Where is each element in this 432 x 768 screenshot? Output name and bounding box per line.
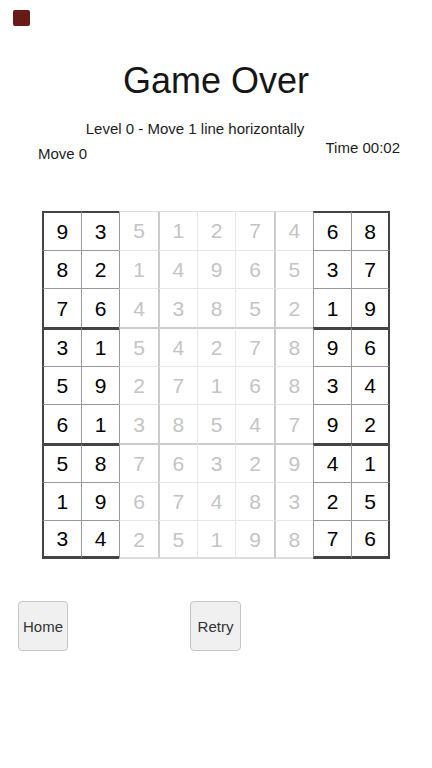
board-cell-r5c2[interactable]: 9 xyxy=(81,366,120,405)
board-cell-r3c5[interactable]: 8 xyxy=(197,288,236,327)
board-cell-r6c6[interactable]: 4 xyxy=(235,404,274,443)
board-cell-r3c6[interactable]: 5 xyxy=(235,288,274,327)
board-cell-r9c8[interactable]: 7 xyxy=(313,520,352,559)
board-cell-r2c1[interactable]: 8 xyxy=(42,250,81,289)
board-cell-r5c5[interactable]: 1 xyxy=(197,366,236,405)
board-cell-r8c7[interactable]: 3 xyxy=(274,482,313,521)
board-cell-r4c6[interactable]: 7 xyxy=(235,327,274,366)
board-cell-r4c1[interactable]: 3 xyxy=(42,327,81,366)
board-cell-r9c2[interactable]: 4 xyxy=(81,520,120,559)
board-cell-r2c9[interactable]: 7 xyxy=(351,250,390,289)
level-objective-text: Level 0 - Move 1 line horizontally xyxy=(0,120,390,137)
move-counter: Move 0 xyxy=(38,145,87,162)
board-cell-r6c3[interactable]: 3 xyxy=(119,404,158,443)
board-cell-r3c3[interactable]: 4 xyxy=(119,288,158,327)
board-cell-r2c6[interactable]: 6 xyxy=(235,250,274,289)
board-cell-r1c3[interactable]: 5 xyxy=(119,211,158,250)
board: 9351274688214965377643852193154278965927… xyxy=(42,211,390,559)
board-cell-r4c4[interactable]: 4 xyxy=(158,327,197,366)
board-cell-r4c8[interactable]: 9 xyxy=(313,327,352,366)
board-cell-r1c7[interactable]: 4 xyxy=(274,211,313,250)
board-cell-r2c4[interactable]: 4 xyxy=(158,250,197,289)
board-cell-r6c8[interactable]: 9 xyxy=(313,404,352,443)
board-cell-r5c7[interactable]: 8 xyxy=(274,366,313,405)
board-cell-r7c5[interactable]: 3 xyxy=(197,443,236,482)
board-cell-r6c1[interactable]: 6 xyxy=(42,404,81,443)
board-cell-r3c2[interactable]: 6 xyxy=(81,288,120,327)
board-cell-r8c5[interactable]: 4 xyxy=(197,482,236,521)
board-cell-r3c1[interactable]: 7 xyxy=(42,288,81,327)
board-cell-r7c2[interactable]: 8 xyxy=(81,443,120,482)
board-cell-r5c1[interactable]: 5 xyxy=(42,366,81,405)
page-title: Game Over xyxy=(0,60,432,102)
board-cell-r4c7[interactable]: 8 xyxy=(274,327,313,366)
board-cell-r5c6[interactable]: 6 xyxy=(235,366,274,405)
board-cell-r1c4[interactable]: 1 xyxy=(158,211,197,250)
board-cell-r2c7[interactable]: 5 xyxy=(274,250,313,289)
board-cell-r4c2[interactable]: 1 xyxy=(81,327,120,366)
board-cell-r6c7[interactable]: 7 xyxy=(274,404,313,443)
board-cell-r9c5[interactable]: 1 xyxy=(197,520,236,559)
board-cell-r5c3[interactable]: 2 xyxy=(119,366,158,405)
board-cell-r1c6[interactable]: 7 xyxy=(235,211,274,250)
board-cell-r1c8[interactable]: 6 xyxy=(313,211,352,250)
board-cell-r9c9[interactable]: 6 xyxy=(351,520,390,559)
board-cell-r9c3[interactable]: 2 xyxy=(119,520,158,559)
board-cell-r1c2[interactable]: 3 xyxy=(81,211,120,250)
board-cell-r7c9[interactable]: 1 xyxy=(351,443,390,482)
board-cell-r7c4[interactable]: 6 xyxy=(158,443,197,482)
home-button[interactable]: Home xyxy=(18,601,68,651)
board-cell-r2c2[interactable]: 2 xyxy=(81,250,120,289)
board-cell-r8c3[interactable]: 6 xyxy=(119,482,158,521)
board-cell-r9c4[interactable]: 5 xyxy=(158,520,197,559)
timer: Time 00:02 xyxy=(326,139,400,156)
board-cell-r8c1[interactable]: 1 xyxy=(42,482,81,521)
board-cell-r2c8[interactable]: 3 xyxy=(313,250,352,289)
board-cell-r3c9[interactable]: 9 xyxy=(351,288,390,327)
board-cell-r6c9[interactable]: 2 xyxy=(351,404,390,443)
board-cell-r5c4[interactable]: 7 xyxy=(158,366,197,405)
board-cell-r7c6[interactable]: 2 xyxy=(235,443,274,482)
board-cell-r5c8[interactable]: 3 xyxy=(313,366,352,405)
board-cell-r8c4[interactable]: 7 xyxy=(158,482,197,521)
board-cell-r2c3[interactable]: 1 xyxy=(119,250,158,289)
board-cell-r8c2[interactable]: 9 xyxy=(81,482,120,521)
board-cell-r8c8[interactable]: 2 xyxy=(313,482,352,521)
board-cell-r9c1[interactable]: 3 xyxy=(42,520,81,559)
board-cell-r1c1[interactable]: 9 xyxy=(42,211,81,250)
recording-indicator-icon xyxy=(13,10,30,26)
board-cell-r6c5[interactable]: 5 xyxy=(197,404,236,443)
board-cell-r3c4[interactable]: 3 xyxy=(158,288,197,327)
board-cell-r6c2[interactable]: 1 xyxy=(81,404,120,443)
board-cell-r1c5[interactable]: 2 xyxy=(197,211,236,250)
board-cell-r4c5[interactable]: 2 xyxy=(197,327,236,366)
board-cell-r5c9[interactable]: 4 xyxy=(351,366,390,405)
board-cell-r7c8[interactable]: 4 xyxy=(313,443,352,482)
board-cell-r2c5[interactable]: 9 xyxy=(197,250,236,289)
board-cell-r1c9[interactable]: 8 xyxy=(351,211,390,250)
board-cell-r3c7[interactable]: 2 xyxy=(274,288,313,327)
retry-button[interactable]: Retry xyxy=(190,601,241,651)
board-cell-r7c7[interactable]: 9 xyxy=(274,443,313,482)
board-cell-r4c3[interactable]: 5 xyxy=(119,327,158,366)
board-cell-r7c3[interactable]: 7 xyxy=(119,443,158,482)
board-cell-r9c6[interactable]: 9 xyxy=(235,520,274,559)
board-cell-r7c1[interactable]: 5 xyxy=(42,443,81,482)
board-cell-r9c7[interactable]: 8 xyxy=(274,520,313,559)
board-cell-r8c6[interactable]: 8 xyxy=(235,482,274,521)
board-cell-r3c8[interactable]: 1 xyxy=(313,288,352,327)
board-cell-r8c9[interactable]: 5 xyxy=(351,482,390,521)
board-cell-r4c9[interactable]: 6 xyxy=(351,327,390,366)
board-cell-r6c4[interactable]: 8 xyxy=(158,404,197,443)
